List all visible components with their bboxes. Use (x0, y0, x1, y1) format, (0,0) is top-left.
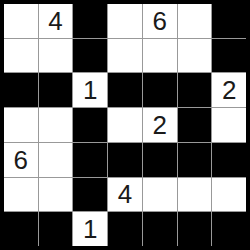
island-cell-r6c1[interactable] (4, 178, 38, 212)
island-cell-r2c6[interactable] (178, 39, 212, 73)
island-cell-r6c5[interactable] (143, 178, 177, 212)
island-cell-r4c1[interactable] (4, 108, 38, 142)
island-cell-r1c1[interactable] (4, 4, 38, 38)
wall-cell-r3c5[interactable] (143, 73, 177, 107)
island-cell-r2c1[interactable] (4, 39, 38, 73)
island-cell-r1c6[interactable] (178, 4, 212, 38)
wall-cell-r7c1[interactable] (4, 212, 38, 246)
wall-cell-r4c6[interactable] (178, 108, 212, 142)
island-cell-r6c6[interactable] (178, 178, 212, 212)
wall-cell-r3c1[interactable] (4, 73, 38, 107)
wall-cell-r7c2[interactable] (39, 212, 73, 246)
wall-cell-r7c4[interactable] (108, 212, 142, 246)
island-cell-r4c4[interactable] (108, 108, 142, 142)
wall-cell-r5c6[interactable] (178, 143, 212, 177)
island-cell-r5c2[interactable] (39, 143, 73, 177)
wall-cell-r5c3[interactable] (73, 143, 107, 177)
clue-cell-r7c3: 1 (73, 212, 107, 246)
island-cell-r2c4[interactable] (108, 39, 142, 73)
wall-cell-r1c7[interactable] (212, 4, 246, 38)
wall-cell-r2c3[interactable] (73, 39, 107, 73)
clue-cell-r1c2: 4 (39, 4, 73, 38)
wall-cell-r5c4[interactable] (108, 143, 142, 177)
wall-cell-r6c3[interactable] (73, 178, 107, 212)
clue-cell-r6c4: 4 (108, 178, 142, 212)
wall-cell-r3c4[interactable] (108, 73, 142, 107)
island-cell-r4c2[interactable] (39, 108, 73, 142)
wall-cell-r2c7[interactable] (212, 39, 246, 73)
wall-cell-r3c2[interactable] (39, 73, 73, 107)
wall-cell-r7c5[interactable] (143, 212, 177, 246)
nurikabe-board: 46122641 (0, 0, 250, 250)
wall-cell-r4c3[interactable] (73, 108, 107, 142)
clue-cell-r3c3: 1 (73, 73, 107, 107)
island-cell-r2c2[interactable] (39, 39, 73, 73)
wall-cell-r3c6[interactable] (178, 73, 212, 107)
clue-cell-r5c1: 6 (4, 143, 38, 177)
wall-cell-r5c5[interactable] (143, 143, 177, 177)
wall-cell-r7c7[interactable] (212, 212, 246, 246)
clue-cell-r3c7: 2 (212, 73, 246, 107)
island-cell-r2c5[interactable] (143, 39, 177, 73)
wall-cell-r7c6[interactable] (178, 212, 212, 246)
wall-cell-r1c3[interactable] (73, 4, 107, 38)
island-cell-r4c7[interactable] (212, 108, 246, 142)
wall-cell-r5c7[interactable] (212, 143, 246, 177)
island-cell-r6c2[interactable] (39, 178, 73, 212)
island-cell-r1c4[interactable] (108, 4, 142, 38)
island-cell-r6c7[interactable] (212, 178, 246, 212)
clue-cell-r4c5: 2 (143, 108, 177, 142)
clue-cell-r1c5: 6 (143, 4, 177, 38)
